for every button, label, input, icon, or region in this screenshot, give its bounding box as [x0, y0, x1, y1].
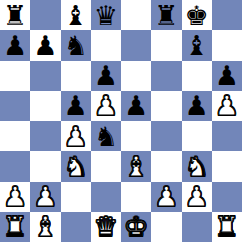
square-h1[interactable]: ♜: [212, 212, 242, 242]
piece-white-pawn: ♟: [3, 183, 27, 210]
square-c7[interactable]: ♞: [61, 30, 91, 60]
square-a6[interactable]: [0, 61, 30, 91]
square-c8[interactable]: ♝: [61, 0, 91, 30]
piece-white-pawn: ♟: [94, 92, 118, 119]
square-f7[interactable]: [151, 30, 181, 60]
square-g6[interactable]: [182, 61, 212, 91]
piece-white-knight: ♞: [185, 153, 209, 180]
square-c2[interactable]: [61, 182, 91, 212]
piece-white-knight: ♞: [64, 153, 88, 180]
piece-black-rook: ♜: [3, 2, 27, 29]
square-c1[interactable]: [61, 212, 91, 242]
square-e2[interactable]: [121, 182, 151, 212]
square-e7[interactable]: [121, 30, 151, 60]
square-b4[interactable]: [30, 121, 60, 151]
square-d4[interactable]: ♞: [91, 121, 121, 151]
square-h8[interactable]: [212, 0, 242, 30]
square-f8[interactable]: ♜: [151, 0, 181, 30]
square-c3[interactable]: ♞: [61, 151, 91, 181]
square-h6[interactable]: ♟: [212, 61, 242, 91]
square-d1[interactable]: ♛: [91, 212, 121, 242]
square-e6[interactable]: [121, 61, 151, 91]
square-a5[interactable]: [0, 91, 30, 121]
square-c6[interactable]: [61, 61, 91, 91]
square-g3[interactable]: ♞: [182, 151, 212, 181]
square-h3[interactable]: [212, 151, 242, 181]
square-d6[interactable]: ♟: [91, 61, 121, 91]
square-d2[interactable]: [91, 182, 121, 212]
square-g4[interactable]: [182, 121, 212, 151]
square-a8[interactable]: ♜: [0, 0, 30, 30]
square-e5[interactable]: ♟: [121, 91, 151, 121]
square-h2[interactable]: [212, 182, 242, 212]
piece-black-pawn: ♟: [94, 62, 118, 89]
square-d3[interactable]: [91, 151, 121, 181]
square-f2[interactable]: ♟: [151, 182, 181, 212]
square-a3[interactable]: [0, 151, 30, 181]
square-b2[interactable]: ♟: [30, 182, 60, 212]
square-e4[interactable]: [121, 121, 151, 151]
piece-black-bishop: ♝: [185, 32, 209, 59]
square-b6[interactable]: [30, 61, 60, 91]
piece-black-knight: ♞: [64, 32, 88, 59]
piece-white-pawn: ♟: [154, 183, 178, 210]
square-a1[interactable]: ♜: [0, 212, 30, 242]
piece-white-pawn: ♟: [215, 92, 239, 119]
square-a4[interactable]: [0, 121, 30, 151]
piece-black-pawn: ♟: [33, 32, 57, 59]
piece-black-queen: ♛: [94, 2, 118, 29]
piece-black-knight: ♞: [94, 123, 118, 150]
square-f4[interactable]: [151, 121, 181, 151]
square-b3[interactable]: [30, 151, 60, 181]
square-b5[interactable]: [30, 91, 60, 121]
piece-white-king: ♚: [124, 213, 148, 240]
piece-black-bishop: ♝: [64, 2, 88, 29]
square-d7[interactable]: [91, 30, 121, 60]
square-f5[interactable]: [151, 91, 181, 121]
piece-white-pawn: ♟: [33, 183, 57, 210]
square-g1[interactable]: [182, 212, 212, 242]
square-b1[interactable]: ♝: [30, 212, 60, 242]
piece-white-rook: ♜: [215, 213, 239, 240]
piece-black-king: ♚: [185, 2, 209, 29]
square-b7[interactable]: ♟: [30, 30, 60, 60]
piece-white-pawn: ♟: [64, 123, 88, 150]
piece-white-queen: ♛: [94, 213, 118, 240]
piece-black-pawn: ♟: [124, 92, 148, 119]
square-f6[interactable]: [151, 61, 181, 91]
piece-black-pawn: ♟: [185, 92, 209, 119]
piece-white-pawn: ♟: [185, 183, 209, 210]
chess-board: ♜♝♛♜♚♟♟♞♝♟♟♟♟♟♟♟♟♞♞♝♞♟♟♟♟♜♝♛♚♜: [0, 0, 242, 242]
square-g5[interactable]: ♟: [182, 91, 212, 121]
square-h4[interactable]: [212, 121, 242, 151]
square-f1[interactable]: [151, 212, 181, 242]
square-d5[interactable]: ♟: [91, 91, 121, 121]
piece-black-rook: ♜: [154, 2, 178, 29]
square-e8[interactable]: [121, 0, 151, 30]
square-e1[interactable]: ♚: [121, 212, 151, 242]
piece-white-bishop: ♝: [124, 153, 148, 180]
square-c4[interactable]: ♟: [61, 121, 91, 151]
square-e3[interactable]: ♝: [121, 151, 151, 181]
square-a7[interactable]: ♟: [0, 30, 30, 60]
square-g2[interactable]: ♟: [182, 182, 212, 212]
square-h7[interactable]: [212, 30, 242, 60]
square-g7[interactable]: ♝: [182, 30, 212, 60]
piece-black-pawn: ♟: [3, 32, 27, 59]
square-b8[interactable]: [30, 0, 60, 30]
square-h5[interactable]: ♟: [212, 91, 242, 121]
square-d8[interactable]: ♛: [91, 0, 121, 30]
piece-black-pawn: ♟: [215, 62, 239, 89]
square-c5[interactable]: ♟: [61, 91, 91, 121]
square-a2[interactable]: ♟: [0, 182, 30, 212]
square-f3[interactable]: [151, 151, 181, 181]
piece-white-rook: ♜: [3, 213, 27, 240]
square-g8[interactable]: ♚: [182, 0, 212, 30]
piece-white-bishop: ♝: [33, 213, 57, 240]
piece-black-pawn: ♟: [64, 92, 88, 119]
